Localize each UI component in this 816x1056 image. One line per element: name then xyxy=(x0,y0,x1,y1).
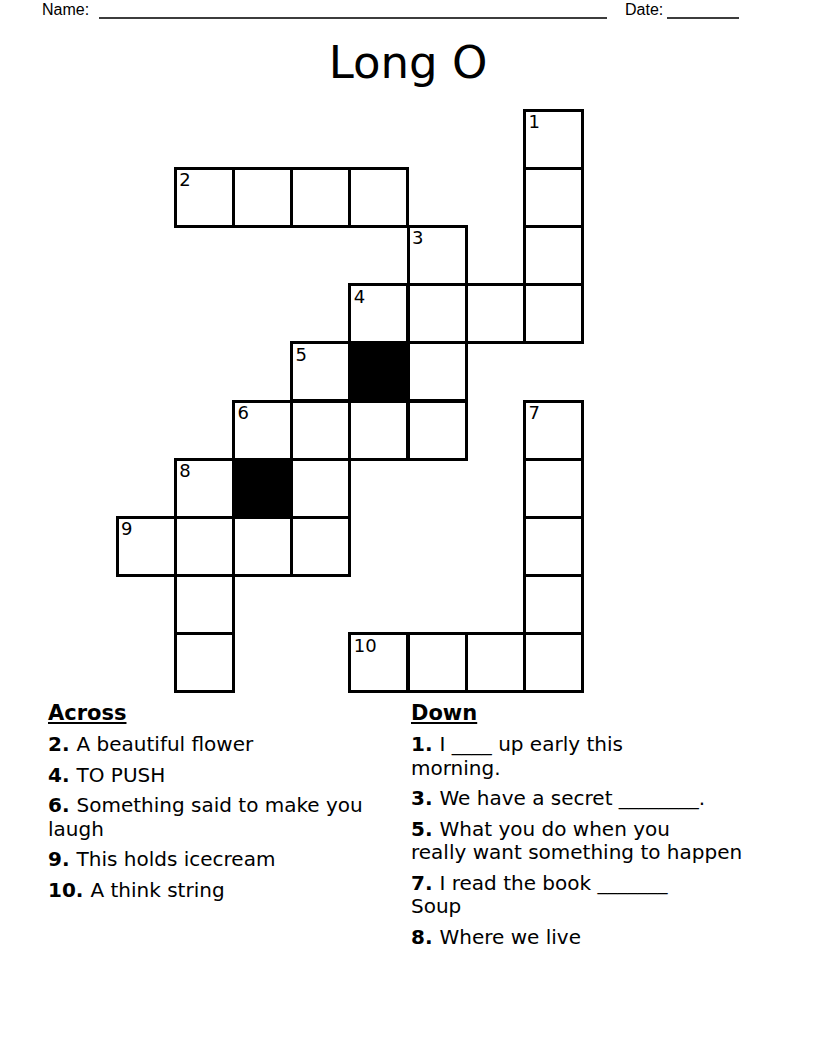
down-heading: Down xyxy=(411,701,803,725)
grid-cell[interactable] xyxy=(407,283,468,344)
clue-item-text: Where we live xyxy=(440,925,581,949)
clue-item-number: 8. xyxy=(411,925,433,949)
grid-cell[interactable] xyxy=(348,167,409,228)
clue-item: 4.TO PUSH xyxy=(48,764,400,788)
clue-number: 4 xyxy=(354,287,365,306)
clue-item-text: I read the book _______ Soup xyxy=(411,871,667,919)
black-cell xyxy=(232,458,293,519)
clue-item-number: 1. xyxy=(411,732,433,756)
grid-cell[interactable] xyxy=(290,458,351,519)
clue-number: 5 xyxy=(296,345,307,364)
grid-cell[interactable] xyxy=(523,574,584,635)
crossword-grid: 12345678910 xyxy=(117,110,583,692)
grid-cell[interactable] xyxy=(232,167,293,228)
down-clue-list: 1.I ____ up early this morning.3.We have… xyxy=(411,733,803,949)
clue-item-number: 6. xyxy=(48,793,70,817)
date-input-line[interactable] xyxy=(667,1,739,19)
name-input-line[interactable] xyxy=(99,1,607,19)
clue-item-number: 4. xyxy=(48,763,70,787)
clue-number: 6 xyxy=(237,403,248,422)
clue-item: 3.We have a secret ________. xyxy=(411,787,803,811)
clue-item-text: We have a secret ________. xyxy=(440,786,706,810)
clue-item-number: 9. xyxy=(48,847,70,871)
grid-cell[interactable] xyxy=(523,225,584,286)
clue-item: 2.A beautiful flower xyxy=(48,733,400,757)
clue-number: 1 xyxy=(528,112,539,131)
date-label: Date: xyxy=(625,0,663,20)
clue-item-text: This holds icecream xyxy=(77,847,276,871)
grid-cell[interactable] xyxy=(290,400,351,461)
clue-item: 6.Something said to make you laugh xyxy=(48,794,400,841)
clue-item-number: 10. xyxy=(48,878,83,902)
clue-item-text: TO PUSH xyxy=(77,763,166,787)
grid-cell[interactable] xyxy=(523,458,584,519)
name-label: Name: xyxy=(42,0,89,20)
grid-cell[interactable] xyxy=(523,283,584,344)
across-clues-section: Across 2.A beautiful flower4.TO PUSH6.So… xyxy=(48,701,400,909)
grid-cell[interactable] xyxy=(407,341,468,402)
clue-item: 5.What you do when you really want somet… xyxy=(411,818,803,865)
puzzle-title: Long O xyxy=(0,34,816,92)
down-clues-section: Down 1.I ____ up early this morning.3.We… xyxy=(411,701,803,956)
clue-number: 3 xyxy=(412,228,423,247)
grid-cell[interactable] xyxy=(290,516,351,577)
clue-item-number: 3. xyxy=(411,786,433,810)
grid-cell[interactable] xyxy=(348,400,409,461)
clue-number: 7 xyxy=(528,403,539,422)
clue-item-number: 2. xyxy=(48,732,70,756)
black-cell xyxy=(348,341,409,402)
clue-number: 2 xyxy=(179,170,190,189)
clue-item-text: What you do when you really want somethi… xyxy=(411,817,742,865)
across-heading: Across xyxy=(48,701,400,725)
clue-item-text: A beautiful flower xyxy=(77,732,254,756)
clue-item: 9.This holds icecream xyxy=(48,848,400,872)
grid-cell[interactable] xyxy=(407,632,468,693)
grid-cell[interactable] xyxy=(407,400,468,461)
clue-item: 7.I read the book _______ Soup xyxy=(411,872,803,919)
clue-item-text: A think string xyxy=(90,878,224,902)
grid-cell[interactable] xyxy=(523,632,584,693)
grid-cell[interactable] xyxy=(174,516,235,577)
clue-number: 10 xyxy=(354,636,377,655)
clue-item-number: 5. xyxy=(411,817,433,841)
grid-cell[interactable] xyxy=(232,516,293,577)
grid-cell[interactable] xyxy=(465,283,526,344)
clue-item: 1.I ____ up early this morning. xyxy=(411,733,803,780)
clue-number: 9 xyxy=(121,519,132,538)
clue-item: 10.A think string xyxy=(48,879,400,903)
grid-cell[interactable] xyxy=(523,516,584,577)
clue-item-text: I ____ up early this morning. xyxy=(411,732,623,780)
grid-cell[interactable] xyxy=(174,574,235,635)
clue-item-text: Something said to make you laugh xyxy=(48,793,363,841)
grid-cell[interactable] xyxy=(290,167,351,228)
grid-cell[interactable] xyxy=(174,632,235,693)
grid-cell[interactable] xyxy=(523,167,584,228)
grid-cell[interactable] xyxy=(465,632,526,693)
across-clue-list: 2.A beautiful flower4.TO PUSH6.Something… xyxy=(48,733,400,902)
clue-number: 8 xyxy=(179,461,190,480)
clue-item: 8.Where we live xyxy=(411,926,803,950)
clue-item-number: 7. xyxy=(411,871,433,895)
